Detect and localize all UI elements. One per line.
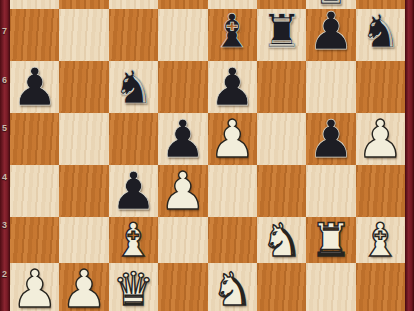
rank-label-2: 2 [2,270,10,279]
piece-white-pawn-a2: ♟ [11,263,58,311]
piece-black-rook-f7: ♜ [261,8,302,54]
square-b8 [59,0,108,9]
square-a4 [10,165,59,217]
square-f5 [257,113,306,165]
square-f6 [257,61,306,113]
piece-white-bishop-h3: ♝ [360,217,401,263]
right-border-spine [405,0,414,311]
square-b3 [59,217,108,263]
square-a7 [10,9,59,61]
square-b4 [59,165,108,217]
piece-white-pawn-e5: ♟ [209,113,256,165]
piece-black-pawn-d5: ♟ [160,113,207,165]
rank-label-7: 7 [2,27,10,36]
piece-black-pawn-a6: ♟ [11,61,58,113]
square-e6: ♟ [208,61,257,113]
square-b6 [59,61,108,113]
square-d5: ♟ [158,113,207,165]
square-e3 [208,217,257,263]
square-f3: ♞ [257,217,306,263]
rank-label-6: 6 [2,76,10,85]
piece-white-pawn-d4: ♟ [160,165,207,217]
square-a8 [10,0,59,9]
square-a3 [10,217,59,263]
rank-label-5: 5 [2,124,10,133]
square-d3 [158,217,207,263]
piece-white-bishop-c3: ♝ [113,217,154,263]
square-h2 [356,263,405,311]
square-h3: ♝ [356,217,405,263]
square-e7: ♝ [208,9,257,61]
square-g6 [306,61,355,113]
square-g4 [306,165,355,217]
square-g3: ♜ [306,217,355,263]
piece-white-pawn-h5: ♟ [357,113,404,165]
piece-black-knight-h7: ♞ [360,8,401,54]
piece-white-knight-f3: ♞ [261,217,302,263]
square-d8 [158,0,207,9]
square-c3: ♝ [109,217,158,263]
left-border-spine [0,0,10,311]
piece-white-rook-g3: ♜ [310,217,351,263]
piece-white-knight-e2: ♞ [212,266,253,311]
piece-black-pawn-e6: ♟ [209,61,256,113]
square-f2 [257,263,306,311]
square-g5: ♟ [306,113,355,165]
square-f4 [257,165,306,217]
square-e5: ♟ [208,113,257,165]
rank-label-4: 4 [2,173,10,182]
square-d2 [158,263,207,311]
square-f7: ♜ [257,9,306,61]
chess-diagram: ♚♝♜♟♞♟♞♟♟♟♟♟♟♟♝♞♜♝♟♟♛♞♚♜ 765432 [0,0,414,311]
square-h6 [356,61,405,113]
square-c7 [109,9,158,61]
square-h7: ♞ [356,9,405,61]
square-h4 [356,165,405,217]
chess-board: ♚♝♜♟♞♟♞♟♟♟♟♟♟♟♝♞♜♝♟♟♛♞♚♜ [10,0,405,311]
square-g7: ♟ [306,9,355,61]
square-b2: ♟ [59,263,108,311]
piece-black-pawn-g7: ♟ [308,5,355,57]
piece-black-knight-c6: ♞ [113,64,154,110]
square-c5 [109,113,158,165]
square-e2: ♞ [208,263,257,311]
piece-black-pawn-g5: ♟ [308,113,355,165]
square-a6: ♟ [10,61,59,113]
square-d4: ♟ [158,165,207,217]
square-e4 [208,165,257,217]
square-h5: ♟ [356,113,405,165]
square-a5 [10,113,59,165]
square-c4: ♟ [109,165,158,217]
piece-white-king-c1: ♚ [113,307,154,311]
square-c8 [109,0,158,9]
rank-label-3: 3 [2,221,10,230]
piece-black-rook-g1: ♜ [310,307,351,311]
square-a2: ♟ [10,263,59,311]
square-b7 [59,9,108,61]
square-d6 [158,61,207,113]
piece-white-pawn-b2: ♟ [61,263,108,311]
square-c6: ♞ [109,61,158,113]
square-d7 [158,9,207,61]
square-b5 [59,113,108,165]
piece-black-bishop-e7: ♝ [212,8,253,54]
piece-black-pawn-c4: ♟ [110,165,157,217]
